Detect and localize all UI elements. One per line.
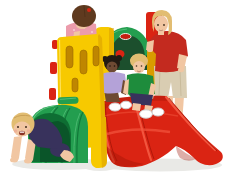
brand-logo: Little Tikes (120, 34, 131, 40)
support-post (91, 117, 107, 168)
toddler-mouth (19, 131, 25, 135)
handhold-slot-3 (93, 46, 99, 66)
girl-slide-face (107, 62, 118, 73)
handhold-slot (66, 46, 73, 68)
boy-slide-sneaker-2 (152, 108, 164, 116)
climbing-rung-2 (50, 62, 57, 74)
boy-slide-sneaker (140, 110, 153, 118)
girl-slide-sneaker (109, 103, 121, 111)
playset-scene: Little Tikes (0, 0, 228, 176)
boy-slide-face (133, 61, 145, 73)
woman-face (154, 16, 168, 33)
girl-slide-sneaker-2 (121, 101, 132, 109)
climbing-rung-3 (49, 88, 56, 100)
handhold-slot-4 (72, 78, 78, 92)
handhold-slot-2 (80, 50, 87, 74)
product-photo: Little Tikes (0, 0, 228, 176)
girl-top-hair-tie (87, 8, 91, 12)
